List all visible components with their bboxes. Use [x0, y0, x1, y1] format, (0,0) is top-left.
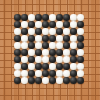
white-stone[interactable]: [77, 28, 84, 35]
black-stone[interactable]: [77, 42, 84, 49]
white-stone[interactable]: [14, 28, 21, 35]
white-stone[interactable]: [28, 49, 35, 56]
black-stone[interactable]: [56, 63, 63, 70]
white-stone[interactable]: [14, 63, 21, 70]
white-stone[interactable]: [28, 28, 35, 35]
grid-line-horizontal: [0, 95, 100, 96]
white-stone[interactable]: [42, 49, 49, 56]
black-stone[interactable]: [49, 21, 56, 28]
white-stone[interactable]: [14, 42, 21, 49]
black-stone[interactable]: [63, 14, 70, 21]
black-stone[interactable]: [63, 77, 70, 84]
white-stone[interactable]: [21, 56, 28, 63]
white-stone[interactable]: [35, 21, 42, 28]
white-stone[interactable]: [63, 70, 70, 77]
black-stone[interactable]: [28, 56, 35, 63]
black-stone[interactable]: [35, 77, 42, 84]
white-stone[interactable]: [21, 35, 28, 42]
white-stone[interactable]: [70, 21, 77, 28]
white-stone[interactable]: [77, 63, 84, 70]
black-stone[interactable]: [42, 63, 49, 70]
black-stone[interactable]: [42, 14, 49, 21]
black-stone[interactable]: [49, 49, 56, 56]
white-stone[interactable]: [77, 14, 84, 21]
white-stone[interactable]: [35, 56, 42, 63]
white-stone[interactable]: [56, 35, 63, 42]
black-stone[interactable]: [21, 14, 28, 21]
black-stone[interactable]: [49, 35, 56, 42]
black-stone[interactable]: [49, 56, 56, 63]
black-stone[interactable]: [28, 42, 35, 49]
black-stone[interactable]: [56, 49, 63, 56]
black-stone[interactable]: [14, 77, 21, 84]
white-stone[interactable]: [49, 14, 56, 21]
white-stone[interactable]: [63, 28, 70, 35]
white-stone[interactable]: [21, 42, 28, 49]
white-stone[interactable]: [56, 70, 63, 77]
white-stone[interactable]: [63, 49, 70, 56]
black-stone[interactable]: [49, 77, 56, 84]
black-stone[interactable]: [35, 63, 42, 70]
grid-line-horizontal: [0, 11, 100, 12]
black-stone[interactable]: [28, 70, 35, 77]
black-stone[interactable]: [14, 56, 21, 63]
black-stone[interactable]: [77, 21, 84, 28]
white-stone[interactable]: [63, 56, 70, 63]
black-stone[interactable]: [42, 70, 49, 77]
black-stone[interactable]: [63, 42, 70, 49]
white-stone[interactable]: [42, 77, 49, 84]
grid-line-vertical: [11, 0, 12, 100]
white-stone[interactable]: [77, 49, 84, 56]
white-stone[interactable]: [56, 56, 63, 63]
black-stone[interactable]: [14, 35, 21, 42]
black-stone[interactable]: [77, 77, 84, 84]
black-stone[interactable]: [70, 77, 77, 84]
white-stone[interactable]: [70, 63, 77, 70]
black-stone[interactable]: [77, 35, 84, 42]
black-stone[interactable]: [63, 21, 70, 28]
white-stone[interactable]: [56, 21, 63, 28]
black-stone[interactable]: [35, 14, 42, 21]
black-stone[interactable]: [28, 21, 35, 28]
white-stone[interactable]: [28, 14, 35, 21]
white-stone[interactable]: [42, 56, 49, 63]
white-stone[interactable]: [49, 63, 56, 70]
black-stone[interactable]: [70, 70, 77, 77]
white-stone[interactable]: [49, 28, 56, 35]
go-board[interactable]: [0, 0, 100, 100]
grid-line-vertical: [95, 0, 96, 100]
white-stone[interactable]: [35, 35, 42, 42]
white-stone[interactable]: [35, 42, 42, 49]
black-stone[interactable]: [14, 14, 21, 21]
white-stone[interactable]: [49, 42, 56, 49]
black-stone[interactable]: [56, 14, 63, 21]
grid-line-vertical: [88, 0, 89, 100]
white-stone[interactable]: [21, 70, 28, 77]
white-stone[interactable]: [42, 28, 49, 35]
black-stone[interactable]: [21, 49, 28, 56]
white-stone[interactable]: [14, 70, 21, 77]
black-stone[interactable]: [77, 56, 84, 63]
white-stone[interactable]: [77, 70, 84, 77]
white-stone[interactable]: [70, 14, 77, 21]
black-stone[interactable]: [49, 70, 56, 77]
grid-line-horizontal: [0, 88, 100, 89]
white-stone[interactable]: [70, 42, 77, 49]
white-stone[interactable]: [35, 70, 42, 77]
black-stone[interactable]: [21, 63, 28, 70]
black-stone[interactable]: [14, 49, 21, 56]
white-stone[interactable]: [56, 42, 63, 49]
black-stone[interactable]: [42, 42, 49, 49]
black-stone[interactable]: [42, 21, 49, 28]
white-stone[interactable]: [21, 21, 28, 28]
black-stone[interactable]: [63, 63, 70, 70]
white-stone[interactable]: [28, 63, 35, 70]
black-stone[interactable]: [70, 28, 77, 35]
grid-line-vertical: [4, 0, 5, 100]
white-stone[interactable]: [56, 77, 63, 84]
black-stone[interactable]: [63, 35, 70, 42]
black-stone[interactable]: [42, 35, 49, 42]
black-stone[interactable]: [56, 28, 63, 35]
white-stone[interactable]: [21, 77, 28, 84]
black-stone[interactable]: [28, 35, 35, 42]
black-stone[interactable]: [14, 21, 21, 28]
black-stone[interactable]: [21, 28, 28, 35]
black-stone[interactable]: [35, 28, 42, 35]
black-stone[interactable]: [70, 56, 77, 63]
white-stone[interactable]: [70, 35, 77, 42]
black-stone[interactable]: [28, 77, 35, 84]
black-stone[interactable]: [35, 49, 42, 56]
grid-line-horizontal: [0, 4, 100, 5]
black-stone[interactable]: [70, 49, 77, 56]
